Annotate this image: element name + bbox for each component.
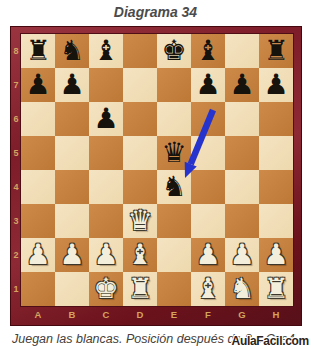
- square-a2: ♟: [21, 238, 55, 272]
- square-g4: [225, 170, 259, 204]
- square-d3: ♛: [123, 204, 157, 238]
- square-f6: [191, 102, 225, 136]
- square-d7: [123, 68, 157, 102]
- square-b8: ♞: [55, 34, 89, 68]
- white-king-c1: ♚: [93, 272, 118, 306]
- diagram-title: Diagrama 34: [0, 0, 311, 26]
- rank-label-6: 6: [11, 102, 21, 136]
- square-e3: [157, 204, 191, 238]
- file-label-c: C: [89, 306, 123, 325]
- black-queen-e5: ♛: [161, 136, 186, 170]
- square-g6: [225, 102, 259, 136]
- square-e8: ♚: [157, 34, 191, 68]
- square-f3: [191, 204, 225, 238]
- white-rook-d1: ♜: [127, 272, 152, 306]
- square-c8: ♝: [89, 34, 123, 68]
- file-label-d: D: [123, 306, 157, 325]
- square-h5: [259, 136, 293, 170]
- square-g3: [225, 204, 259, 238]
- black-knight-b8: ♞: [59, 34, 84, 68]
- white-rook-h1: ♜: [263, 272, 288, 306]
- black-pawn-a7: ♟: [25, 68, 50, 102]
- square-b4: [55, 170, 89, 204]
- square-f4: [191, 170, 225, 204]
- black-rook-h8: ♜: [263, 34, 288, 68]
- rank-label-3: 3: [11, 204, 21, 238]
- square-h7: ♟: [259, 68, 293, 102]
- black-pawn-f7: ♟: [195, 68, 220, 102]
- file-label-b: B: [55, 306, 89, 325]
- square-f5: [191, 136, 225, 170]
- white-bishop-f1: ♝: [195, 272, 220, 306]
- white-pawn-c2: ♟: [93, 238, 118, 272]
- square-e7: [157, 68, 191, 102]
- square-h6: [259, 102, 293, 136]
- white-pawn-b2: ♟: [59, 238, 84, 272]
- square-f1: ♝: [191, 272, 225, 306]
- watermark-logo[interactable]: AulaFacil.com: [232, 334, 309, 348]
- black-bishop-f8: ♝: [195, 34, 220, 68]
- board-squares: ♜♞♝♚♝♜♟♟♟♟♟♟♛♞♛♟♟♟♝♟♟♟♚♜♝♞♜: [21, 34, 293, 306]
- square-e6: [157, 102, 191, 136]
- square-e1: [157, 272, 191, 306]
- square-a3: [21, 204, 55, 238]
- rank-label-7: 7: [11, 68, 21, 102]
- square-h4: [259, 170, 293, 204]
- square-b1: [55, 272, 89, 306]
- square-a6: [21, 102, 55, 136]
- square-d1: ♜: [123, 272, 157, 306]
- rank-label-4: 4: [11, 170, 21, 204]
- file-label-g: G: [225, 306, 259, 325]
- diagram-page: Diagrama 34 87654321 ABCDEFGH ♜♞♝♚♝♜♟♟♟♟…: [0, 0, 311, 349]
- square-f8: ♝: [191, 34, 225, 68]
- black-pawn-b7: ♟: [59, 68, 84, 102]
- square-a8: ♜: [21, 34, 55, 68]
- file-label-e: E: [157, 306, 191, 325]
- square-d5: [123, 136, 157, 170]
- square-a1: [21, 272, 55, 306]
- square-f2: ♟: [191, 238, 225, 272]
- white-bishop-d2: ♝: [127, 238, 152, 272]
- square-g7: ♟: [225, 68, 259, 102]
- square-e4: ♞: [157, 170, 191, 204]
- square-g2: ♟: [225, 238, 259, 272]
- square-h3: [259, 204, 293, 238]
- black-pawn-c6: ♟: [93, 102, 118, 136]
- black-king-e8: ♚: [161, 34, 186, 68]
- square-e5: ♛: [157, 136, 191, 170]
- rank-label-2: 2: [11, 238, 21, 272]
- square-h2: ♟: [259, 238, 293, 272]
- square-b7: ♟: [55, 68, 89, 102]
- black-pawn-h7: ♟: [263, 68, 288, 102]
- square-c2: ♟: [89, 238, 123, 272]
- black-rook-a8: ♜: [25, 34, 50, 68]
- black-knight-e4: ♞: [161, 170, 186, 204]
- file-label-f: F: [191, 306, 225, 325]
- rank-label-5: 5: [11, 136, 21, 170]
- square-b5: [55, 136, 89, 170]
- square-c5: [89, 136, 123, 170]
- square-d6: [123, 102, 157, 136]
- square-b3: [55, 204, 89, 238]
- square-g5: [225, 136, 259, 170]
- square-f7: ♟: [191, 68, 225, 102]
- square-d8: [123, 34, 157, 68]
- square-d4: [123, 170, 157, 204]
- square-c3: [89, 204, 123, 238]
- square-c4: [89, 170, 123, 204]
- square-b6: [55, 102, 89, 136]
- square-c7: [89, 68, 123, 102]
- white-pawn-g2: ♟: [229, 238, 254, 272]
- white-queen-d3: ♛: [127, 204, 152, 238]
- white-pawn-a2: ♟: [25, 238, 50, 272]
- white-knight-g1: ♞: [229, 272, 254, 306]
- black-pawn-g7: ♟: [229, 68, 254, 102]
- square-a5: [21, 136, 55, 170]
- black-bishop-c8: ♝: [93, 34, 118, 68]
- square-g8: [225, 34, 259, 68]
- white-pawn-f2: ♟: [195, 238, 220, 272]
- square-h1: ♜: [259, 272, 293, 306]
- square-b2: ♟: [55, 238, 89, 272]
- chess-board: 87654321 ABCDEFGH ♜♞♝♚♝♜♟♟♟♟♟♟♛♞♛♟♟♟♝♟♟♟…: [10, 26, 302, 326]
- white-pawn-h2: ♟: [263, 238, 288, 272]
- square-c1: ♚: [89, 272, 123, 306]
- square-d2: ♝: [123, 238, 157, 272]
- square-a7: ♟: [21, 68, 55, 102]
- file-label-h: H: [259, 306, 293, 325]
- rank-label-8: 8: [11, 34, 21, 68]
- square-h8: ♜: [259, 34, 293, 68]
- square-a4: [21, 170, 55, 204]
- square-c6: ♟: [89, 102, 123, 136]
- file-label-a: A: [21, 306, 55, 325]
- square-e2: [157, 238, 191, 272]
- rank-label-1: 1: [11, 272, 21, 306]
- caption-row: Juegan las blancas. Posición después de …: [0, 329, 311, 349]
- square-g1: ♞: [225, 272, 259, 306]
